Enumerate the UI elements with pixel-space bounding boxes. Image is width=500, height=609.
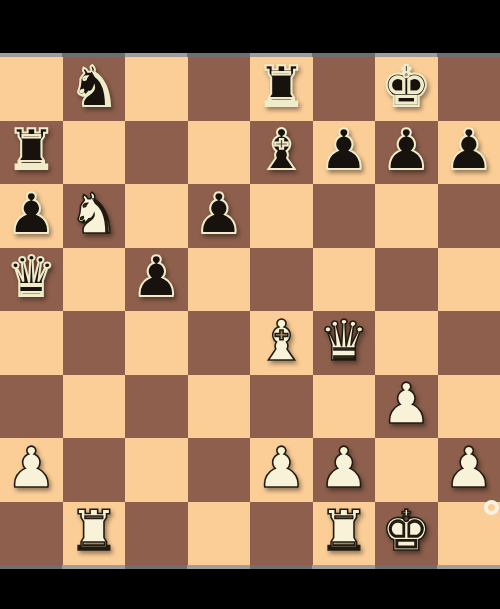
piece-white-pawn[interactable]: ♟ [6, 440, 56, 496]
piece-black-queen[interactable]: ♛ [6, 249, 56, 305]
square-c4[interactable] [125, 311, 188, 375]
piece-black-pawn[interactable]: ♟ [319, 122, 369, 178]
square-f4[interactable]: ♛ [313, 311, 376, 375]
square-a4[interactable] [0, 311, 63, 375]
square-e4[interactable]: ♝ [250, 311, 313, 375]
square-g5[interactable] [375, 248, 438, 312]
square-d7[interactable] [188, 121, 251, 185]
square-a1[interactable] [0, 502, 63, 566]
piece-white-rook[interactable]: ♜ [69, 503, 119, 559]
board: ♞♜♚♜♝♟♟♟♟♞♟♛♟♝♛♟♟♟♟♟♜♜♚ [0, 57, 500, 565]
square-h3[interactable] [438, 375, 500, 439]
square-g2[interactable] [375, 438, 438, 502]
piece-white-pawn[interactable]: ♟ [381, 376, 431, 432]
square-c8[interactable] [125, 57, 188, 121]
square-c5[interactable]: ♟ [125, 248, 188, 312]
square-c7[interactable] [125, 121, 188, 185]
square-d5[interactable] [188, 248, 251, 312]
piece-black-bishop[interactable]: ♝ [256, 122, 306, 178]
piece-white-knight[interactable]: ♞ [69, 186, 119, 242]
piece-white-king[interactable]: ♚ [381, 503, 431, 559]
square-f3[interactable] [313, 375, 376, 439]
square-b7[interactable] [63, 121, 126, 185]
piece-white-queen[interactable]: ♛ [319, 313, 369, 369]
square-f8[interactable] [313, 57, 376, 121]
square-d1[interactable] [188, 502, 251, 566]
square-g3[interactable]: ♟ [375, 375, 438, 439]
chess-diagram: ♞♜♚♜♝♟♟♟♟♞♟♛♟♝♛♟♟♟♟♟♜♜♚ [0, 0, 500, 609]
square-e2[interactable]: ♟ [250, 438, 313, 502]
piece-white-pawn[interactable]: ♟ [444, 440, 494, 496]
square-c3[interactable] [125, 375, 188, 439]
square-e8[interactable]: ♜ [250, 57, 313, 121]
square-c6[interactable] [125, 184, 188, 248]
square-h6[interactable] [438, 184, 500, 248]
square-b3[interactable] [63, 375, 126, 439]
square-b6[interactable]: ♞ [63, 184, 126, 248]
square-b1[interactable]: ♜ [63, 502, 126, 566]
square-h7[interactable]: ♟ [438, 121, 500, 185]
piece-white-bishop[interactable]: ♝ [256, 313, 306, 369]
square-c1[interactable] [125, 502, 188, 566]
top-letterbox [0, 0, 500, 53]
square-g8[interactable]: ♚ [375, 57, 438, 121]
piece-black-pawn[interactable]: ♟ [131, 249, 181, 305]
square-h5[interactable] [438, 248, 500, 312]
square-f6[interactable] [313, 184, 376, 248]
square-b5[interactable] [63, 248, 126, 312]
square-f5[interactable] [313, 248, 376, 312]
square-a3[interactable] [0, 375, 63, 439]
side-to-move-indicator [484, 500, 499, 515]
square-g7[interactable]: ♟ [375, 121, 438, 185]
square-b2[interactable] [63, 438, 126, 502]
piece-black-king[interactable]: ♚ [381, 59, 431, 115]
piece-white-rook[interactable]: ♜ [319, 503, 369, 559]
piece-black-rook[interactable]: ♜ [6, 122, 56, 178]
square-d3[interactable] [188, 375, 251, 439]
square-e3[interactable] [250, 375, 313, 439]
square-e5[interactable] [250, 248, 313, 312]
piece-black-rook[interactable]: ♜ [256, 59, 306, 115]
square-f1[interactable]: ♜ [313, 502, 376, 566]
square-d2[interactable] [188, 438, 251, 502]
square-g6[interactable] [375, 184, 438, 248]
square-a2[interactable]: ♟ [0, 438, 63, 502]
square-h8[interactable] [438, 57, 500, 121]
piece-black-pawn[interactable]: ♟ [381, 122, 431, 178]
square-f7[interactable]: ♟ [313, 121, 376, 185]
square-d8[interactable] [188, 57, 251, 121]
square-e7[interactable]: ♝ [250, 121, 313, 185]
piece-white-pawn[interactable]: ♟ [319, 440, 369, 496]
square-h2[interactable]: ♟ [438, 438, 500, 502]
square-a5[interactable]: ♛ [0, 248, 63, 312]
piece-white-pawn[interactable]: ♟ [256, 440, 306, 496]
square-f2[interactable]: ♟ [313, 438, 376, 502]
square-e6[interactable] [250, 184, 313, 248]
piece-black-pawn[interactable]: ♟ [444, 122, 494, 178]
square-d4[interactable] [188, 311, 251, 375]
square-c2[interactable] [125, 438, 188, 502]
square-a7[interactable]: ♜ [0, 121, 63, 185]
piece-black-pawn[interactable]: ♟ [6, 186, 56, 242]
piece-black-pawn[interactable]: ♟ [194, 186, 244, 242]
square-b4[interactable] [63, 311, 126, 375]
square-g4[interactable] [375, 311, 438, 375]
square-d6[interactable]: ♟ [188, 184, 251, 248]
piece-black-knight[interactable]: ♞ [69, 59, 119, 115]
square-g1[interactable]: ♚ [375, 502, 438, 566]
square-h4[interactable] [438, 311, 500, 375]
square-a8[interactable] [0, 57, 63, 121]
bottom-letterbox [0, 569, 500, 609]
square-b8[interactable]: ♞ [63, 57, 126, 121]
square-e1[interactable] [250, 502, 313, 566]
square-a6[interactable]: ♟ [0, 184, 63, 248]
